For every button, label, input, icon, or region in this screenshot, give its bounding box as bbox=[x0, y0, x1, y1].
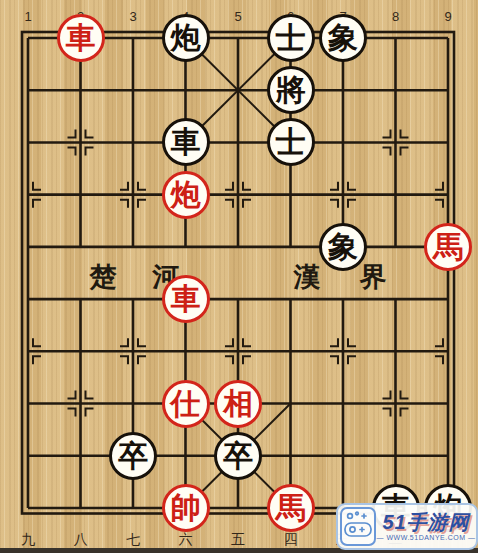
red-advisor[interactable]: 仕 bbox=[162, 380, 210, 428]
black-elephant[interactable]: 象 bbox=[319, 223, 367, 271]
black-cannon[interactable]: 炮 bbox=[162, 14, 210, 62]
red-general[interactable]: 帥 bbox=[162, 484, 210, 532]
black-general[interactable]: 將 bbox=[267, 66, 315, 114]
red-cannon[interactable]: 炮 bbox=[162, 171, 210, 219]
black-elephant[interactable]: 象 bbox=[319, 14, 367, 62]
gamepad-icon bbox=[340, 507, 376, 546]
watermark-title[interactable]: 51手游网 bbox=[382, 512, 469, 532]
red-horse[interactable]: 馬 bbox=[424, 223, 472, 271]
watermark-url[interactable]: — WWW.51DANYE.COM — bbox=[377, 534, 476, 541]
black-advisor[interactable]: 士 bbox=[267, 14, 315, 62]
black-advisor[interactable]: 士 bbox=[267, 118, 315, 166]
red-chariot[interactable]: 車 bbox=[57, 14, 105, 62]
xiangqi-board: 車炮士象將車士炮象馬車仕相卒卒帥馬車炮 bbox=[2, 12, 475, 534]
xiangqi-board-screenshot: 車炮士象將車士炮象馬車仕相卒卒帥馬車炮 51手游网 — WWW.51DANYE.… bbox=[0, 0, 478, 553]
red-elephant[interactable]: 相 bbox=[214, 380, 262, 428]
black-soldier[interactable]: 卒 bbox=[109, 432, 157, 480]
black-soldier[interactable]: 卒 bbox=[214, 432, 262, 480]
black-chariot[interactable]: 車 bbox=[162, 118, 210, 166]
site-watermark[interactable]: 51手游网 — WWW.51DANYE.COM — bbox=[336, 503, 478, 550]
red-horse[interactable]: 馬 bbox=[267, 484, 315, 532]
red-chariot[interactable]: 車 bbox=[162, 275, 210, 323]
